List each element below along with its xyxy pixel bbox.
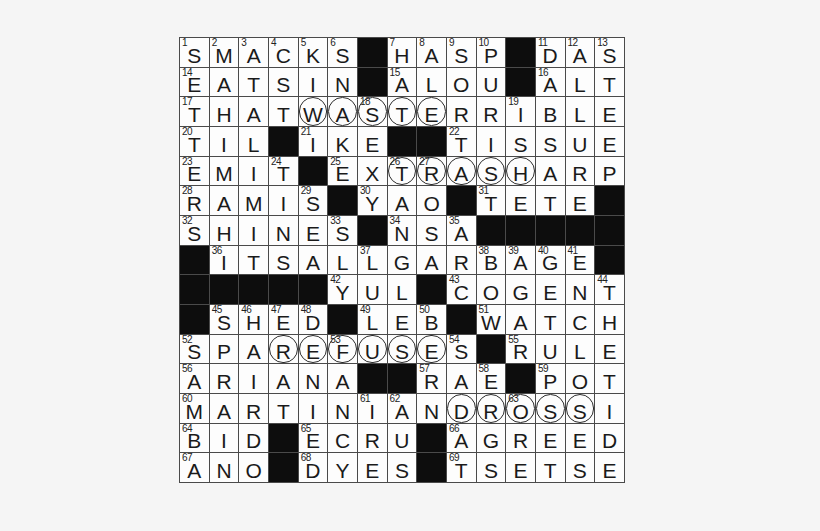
grid-cell[interactable]: 63O	[506, 394, 536, 424]
grid-cell[interactable]: E	[299, 216, 329, 246]
grid-cell[interactable]: 32S	[180, 216, 210, 246]
grid-cell[interactable]: 69T	[447, 453, 477, 483]
grid-cell[interactable]: T	[536, 186, 566, 216]
cell-letter: U	[388, 430, 417, 451]
grid-cell[interactable]: 39A	[506, 246, 536, 276]
clue-number: 55	[508, 335, 518, 345]
grid-cell[interactable]: 45S	[210, 305, 240, 335]
black-cell	[417, 424, 447, 454]
clue-number: 13	[597, 38, 607, 48]
grid-cell[interactable]: I	[239, 157, 269, 187]
grid-cell[interactable]: 57R	[417, 364, 447, 394]
clue-number: 37	[360, 246, 370, 256]
cell-letter: A	[299, 252, 328, 273]
grid-cell[interactable]: 13S	[595, 38, 625, 68]
grid-cell[interactable]: 41E	[566, 246, 596, 276]
grid-cell[interactable]: C	[566, 305, 596, 335]
cell-letter: T	[239, 74, 268, 95]
grid-cell[interactable]: 14E	[180, 68, 210, 98]
grid-cell[interactable]: 20T	[180, 127, 210, 157]
grid-cell[interactable]: 3A	[239, 38, 269, 68]
grid-cell[interactable]: 52S	[180, 335, 210, 365]
grid-cell[interactable]: A	[299, 246, 329, 276]
cell-letter: H	[210, 104, 239, 125]
clue-number: 12	[568, 38, 578, 48]
grid-cell[interactable]: E	[388, 305, 418, 335]
grid-cell[interactable]: I	[299, 394, 329, 424]
grid-cell[interactable]: I	[210, 127, 240, 157]
black-cell	[358, 68, 388, 98]
cell-letter: E	[506, 460, 535, 481]
grid-cell[interactable]: 22T	[447, 127, 477, 157]
grid-cell[interactable]: T	[269, 97, 299, 127]
grid-cell[interactable]: N	[299, 364, 329, 394]
black-cell	[477, 216, 507, 246]
grid-cell[interactable]: 58E	[477, 364, 507, 394]
clue-number: 5	[301, 38, 306, 48]
black-cell	[180, 246, 210, 276]
grid-cell[interactable]: 59P	[536, 364, 566, 394]
grid-cell[interactable]: A	[506, 305, 536, 335]
cell-letter: I	[239, 371, 268, 392]
grid-cell[interactable]: O	[447, 68, 477, 98]
clue-number: 53	[330, 335, 340, 345]
grid-cell[interactable]: 28R	[180, 186, 210, 216]
grid-cell[interactable]: 33S	[328, 216, 358, 246]
grid-cell[interactable]: 31T	[477, 186, 507, 216]
cell-letter: T	[595, 371, 624, 392]
grid-cell[interactable]: C	[328, 424, 358, 454]
cell-letter: R	[566, 163, 595, 184]
grid-cell[interactable]: 68D	[299, 453, 329, 483]
black-cell	[299, 275, 329, 305]
grid-cell[interactable]: 64B	[180, 424, 210, 454]
grid-cell[interactable]: L	[388, 275, 418, 305]
grid-cell[interactable]: 16A	[536, 68, 566, 98]
clue-number: 20	[182, 127, 192, 137]
grid-cell[interactable]: N	[417, 394, 447, 424]
grid-cell[interactable]: 4C	[269, 38, 299, 68]
black-cell	[506, 216, 536, 246]
cell-letter: I	[239, 223, 268, 244]
grid-cell[interactable]: 11D	[536, 38, 566, 68]
grid-cell[interactable]: 12A	[566, 38, 596, 68]
clue-number: 27	[419, 157, 429, 167]
grid-cell[interactable]: T	[239, 246, 269, 276]
clue-number: 31	[479, 186, 489, 196]
clue-number: 47	[271, 305, 281, 315]
grid-cell[interactable]: 46H	[239, 305, 269, 335]
grid-cell[interactable]: 29S	[299, 186, 329, 216]
cell-letter: T	[388, 104, 417, 125]
grid-cell[interactable]: E	[536, 424, 566, 454]
grid-cell[interactable]: R	[477, 394, 507, 424]
black-cell	[358, 216, 388, 246]
grid-cell[interactable]: O	[239, 453, 269, 483]
grid-cell[interactable]: A	[447, 157, 477, 187]
grid-cell[interactable]: R	[566, 157, 596, 187]
grid-cell[interactable]: 55R	[506, 335, 536, 365]
grid-cell[interactable]: 9S	[447, 38, 477, 68]
grid-cell[interactable]: 21I	[299, 127, 329, 157]
grid-cell[interactable]: 23E	[180, 157, 210, 187]
grid-cell[interactable]: G	[506, 275, 536, 305]
clue-number: 48	[301, 305, 311, 315]
black-cell	[358, 364, 388, 394]
grid-cell[interactable]: 10P	[477, 38, 507, 68]
grid-cell[interactable]: L	[566, 97, 596, 127]
cell-letter: S	[536, 134, 565, 155]
grid-cell[interactable]: R	[447, 246, 477, 276]
cell-letter: K	[328, 134, 357, 155]
grid-cell[interactable]: 49L	[358, 305, 388, 335]
clue-number: 64	[182, 424, 192, 434]
clue-number: 29	[301, 186, 311, 196]
cell-letter: R	[477, 104, 506, 125]
grid-cell[interactable]: K	[328, 127, 358, 157]
grid-cell[interactable]: U	[388, 424, 418, 454]
grid-cell[interactable]: S	[566, 453, 596, 483]
grid-cell[interactable]: U	[536, 335, 566, 365]
grid-cell[interactable]: B	[536, 97, 566, 127]
grid-cell[interactable]: 35A	[447, 216, 477, 246]
clue-number: 10	[479, 38, 489, 48]
grid-cell[interactable]: A	[417, 246, 447, 276]
cell-letter: L	[328, 252, 357, 273]
grid-cell[interactable]: S	[477, 453, 507, 483]
clue-number: 15	[390, 68, 400, 78]
cell-letter: M	[210, 163, 239, 184]
grid-cell[interactable]: R	[477, 97, 507, 127]
cell-letter: A	[388, 193, 417, 214]
grid-cell[interactable]: E	[566, 424, 596, 454]
grid-cell[interactable]: E	[595, 127, 625, 157]
grid-cell[interactable]: G	[477, 424, 507, 454]
cell-letter: N	[210, 460, 239, 481]
grid-cell[interactable]: T	[536, 453, 566, 483]
grid-cell[interactable]: R	[210, 364, 240, 394]
cell-letter: U	[566, 134, 595, 155]
grid-cell[interactable]: X	[358, 157, 388, 187]
black-cell	[506, 364, 536, 394]
grid-cell[interactable]: H	[506, 157, 536, 187]
grid-cell[interactable]: L	[417, 68, 447, 98]
grid-cell[interactable]: A	[536, 157, 566, 187]
black-cell	[447, 186, 477, 216]
grid-cell[interactable]: T	[269, 394, 299, 424]
grid-cell[interactable]: 5K	[299, 38, 329, 68]
grid-cell[interactable]: M	[239, 186, 269, 216]
clue-number: 32	[182, 216, 192, 226]
grid-cell[interactable]: E	[566, 186, 596, 216]
clue-number: 49	[360, 305, 370, 315]
grid-cell[interactable]: R	[239, 394, 269, 424]
grid-cell[interactable]: N	[328, 68, 358, 98]
grid-cell[interactable]: 17T	[180, 97, 210, 127]
clue-number: 51	[479, 305, 489, 315]
cell-letter: E	[566, 193, 595, 214]
grid-cell[interactable]: 50B	[417, 305, 447, 335]
grid-cell[interactable]: 66A	[447, 424, 477, 454]
clue-number: 50	[419, 305, 429, 315]
grid-cell[interactable]: P	[210, 335, 240, 365]
grid-cell[interactable]: 53F	[328, 335, 358, 365]
cell-letter: D	[239, 430, 268, 451]
grid-cell[interactable]: E	[536, 275, 566, 305]
grid-cell[interactable]: 42Y	[328, 275, 358, 305]
cell-letter: A	[536, 163, 565, 184]
grid-cell[interactable]: G	[388, 246, 418, 276]
grid-cell[interactable]: S	[506, 127, 536, 157]
grid-cell[interactable]: O	[477, 275, 507, 305]
cell-letter: R	[477, 401, 506, 422]
cell-letter: D	[447, 401, 476, 422]
grid-cell[interactable]: 1S	[180, 38, 210, 68]
cell-letter: H	[210, 223, 239, 244]
clue-number: 1	[182, 38, 187, 48]
cell-letter: A	[447, 371, 476, 392]
cell-letter: L	[239, 134, 268, 155]
cell-letter: A	[239, 341, 268, 362]
grid-cell[interactable]: E	[358, 453, 388, 483]
grid-cell[interactable]: Y	[328, 453, 358, 483]
grid-cell[interactable]: O	[566, 364, 596, 394]
grid-cell[interactable]: S	[536, 394, 566, 424]
grid-cell[interactable]: A	[328, 97, 358, 127]
black-cell	[477, 335, 507, 365]
grid-cell[interactable]: M	[210, 157, 240, 187]
grid-cell[interactable]: H	[210, 97, 240, 127]
grid-cell[interactable]: S	[269, 68, 299, 98]
grid-cell[interactable]: 34N	[388, 216, 418, 246]
grid-cell[interactable]: U	[358, 335, 388, 365]
grid-cell[interactable]: L	[566, 68, 596, 98]
grid-cell[interactable]: N	[210, 453, 240, 483]
grid-cell[interactable]: 62A	[388, 394, 418, 424]
grid-cell[interactable]: A	[388, 186, 418, 216]
grid-cell[interactable]: 38B	[477, 246, 507, 276]
grid-cell[interactable]: S	[269, 246, 299, 276]
clue-number: 28	[182, 186, 192, 196]
grid-cell[interactable]: S	[477, 157, 507, 187]
cell-letter: S	[269, 74, 298, 95]
cell-letter: A	[447, 163, 476, 184]
grid-cell[interactable]: T	[536, 305, 566, 335]
grid-cell[interactable]: S	[536, 127, 566, 157]
cell-letter: S	[477, 460, 506, 481]
grid-cell[interactable]: 27R	[417, 157, 447, 187]
clue-number: 58	[479, 364, 489, 374]
cell-letter: S	[506, 134, 535, 155]
grid-cell[interactable]: E	[358, 127, 388, 157]
grid-cell[interactable]: I	[477, 127, 507, 157]
grid-cell[interactable]: S	[388, 335, 418, 365]
cell-letter: O	[239, 460, 268, 481]
grid-cell[interactable]: 8A	[417, 38, 447, 68]
grid-cell[interactable]: 60M	[180, 394, 210, 424]
cell-letter: N	[417, 401, 446, 422]
grid-cell[interactable]: I	[595, 394, 625, 424]
clue-number: 56	[182, 364, 192, 374]
cell-letter: T	[269, 401, 298, 422]
grid-cell[interactable]: 24T	[269, 157, 299, 187]
clue-number: 39	[508, 246, 518, 256]
grid-cell[interactable]: U	[566, 127, 596, 157]
grid-cell[interactable]: D	[447, 394, 477, 424]
grid-cell[interactable]: 37L	[358, 246, 388, 276]
grid-cell[interactable]: 19I	[506, 97, 536, 127]
grid-cell[interactable]: A	[210, 394, 240, 424]
cell-letter: S	[566, 460, 595, 481]
grid-cell[interactable]: 40G	[536, 246, 566, 276]
black-cell	[417, 127, 447, 157]
black-cell	[210, 275, 240, 305]
cell-letter: E	[595, 460, 624, 481]
clue-number: 26	[390, 157, 400, 167]
cell-letter: I	[210, 134, 239, 155]
grid-cell[interactable]: E	[417, 335, 447, 365]
grid-cell[interactable]: 48D	[299, 305, 329, 335]
grid-cell[interactable]: H	[210, 216, 240, 246]
black-cell	[388, 364, 418, 394]
clue-number: 8	[419, 38, 424, 48]
grid-cell[interactable]: R	[358, 424, 388, 454]
grid-cell[interactable]: 2M	[210, 38, 240, 68]
grid-cell[interactable]: L	[328, 246, 358, 276]
grid-cell[interactable]: S	[388, 453, 418, 483]
cell-letter: U	[358, 282, 387, 303]
cell-letter: R	[239, 401, 268, 422]
grid-cell[interactable]: 51W	[477, 305, 507, 335]
black-cell	[269, 424, 299, 454]
grid-cell[interactable]: A	[239, 335, 269, 365]
cell-letter: T	[595, 74, 624, 95]
grid-cell[interactable]: A	[328, 364, 358, 394]
grid-cell[interactable]: 44T	[595, 275, 625, 305]
cell-letter: O	[566, 371, 595, 392]
grid-cell[interactable]: 15A	[388, 68, 418, 98]
grid-cell[interactable]: I	[210, 424, 240, 454]
cell-letter: M	[239, 193, 268, 214]
cell-letter: R	[269, 341, 298, 362]
grid-cell[interactable]: O	[417, 186, 447, 216]
grid-cell[interactable]: R	[447, 97, 477, 127]
grid-cell[interactable]: N	[328, 394, 358, 424]
clue-number: 41	[568, 246, 578, 256]
grid-cell[interactable]: S	[417, 216, 447, 246]
black-cell	[595, 246, 625, 276]
grid-cell[interactable]: 43C	[447, 275, 477, 305]
cell-letter: H	[506, 163, 535, 184]
cell-letter: N	[328, 74, 357, 95]
grid-cell[interactable]: S	[566, 394, 596, 424]
grid-cell[interactable]: W	[299, 97, 329, 127]
grid-cell[interactable]: E	[506, 453, 536, 483]
cell-letter: E	[388, 312, 417, 333]
black-cell	[566, 216, 596, 246]
grid-cell[interactable]: N	[269, 216, 299, 246]
clue-number: 52	[182, 335, 192, 345]
grid-cell[interactable]: H	[595, 305, 625, 335]
grid-cell[interactable]: U	[477, 68, 507, 98]
cell-letter: S	[388, 341, 417, 362]
grid-cell[interactable]: A	[239, 97, 269, 127]
grid-cell[interactable]: E	[506, 186, 536, 216]
grid-cell[interactable]: R	[269, 335, 299, 365]
cell-letter: E	[417, 104, 446, 125]
grid-cell[interactable]: 54S	[447, 335, 477, 365]
cell-letter: I	[269, 193, 298, 214]
grid-cell[interactable]: I	[269, 186, 299, 216]
clue-number: 57	[419, 364, 429, 374]
grid-cell[interactable]: U	[358, 275, 388, 305]
cell-letter: D	[595, 430, 624, 451]
cell-letter: A	[269, 371, 298, 392]
grid-cell[interactable]: 6S	[328, 38, 358, 68]
grid-cell[interactable]: 67A	[180, 453, 210, 483]
grid-cell[interactable]: A	[210, 186, 240, 216]
black-cell	[506, 68, 536, 98]
grid-cell[interactable]: T	[595, 364, 625, 394]
grid-cell[interactable]: E	[417, 97, 447, 127]
grid-cell[interactable]: I	[239, 216, 269, 246]
grid-cell[interactable]: T	[388, 97, 418, 127]
grid-cell[interactable]: D	[239, 424, 269, 454]
grid-cell[interactable]: I	[239, 364, 269, 394]
cell-letter: L	[566, 104, 595, 125]
grid-cell[interactable]: 56A	[180, 364, 210, 394]
grid-cell[interactable]: 47E	[269, 305, 299, 335]
cell-letter: S	[269, 252, 298, 273]
grid-cell[interactable]: N	[566, 275, 596, 305]
cell-letter: T	[239, 252, 268, 273]
grid-cell[interactable]: E	[595, 453, 625, 483]
grid-cell[interactable]: L	[239, 127, 269, 157]
grid-cell[interactable]: E	[299, 335, 329, 365]
grid-cell[interactable]: 61I	[358, 394, 388, 424]
black-cell	[388, 127, 418, 157]
grid-cell[interactable]: T	[239, 68, 269, 98]
grid-cell[interactable]: L	[566, 335, 596, 365]
grid-cell[interactable]: 26T	[388, 157, 418, 187]
grid-cell[interactable]: A	[210, 68, 240, 98]
grid-cell[interactable]: A	[447, 364, 477, 394]
clue-number: 43	[449, 275, 459, 285]
grid-cell[interactable]: 25E	[328, 157, 358, 187]
clue-number: 17	[182, 97, 192, 107]
grid-cell[interactable]: 65E	[299, 424, 329, 454]
grid-cell[interactable]: D	[595, 424, 625, 454]
grid-cell[interactable]: 30Y	[358, 186, 388, 216]
grid-cell[interactable]: P	[595, 157, 625, 187]
grid-cell[interactable]: E	[595, 97, 625, 127]
grid-cell[interactable]: 18S	[358, 97, 388, 127]
grid-cell[interactable]: E	[595, 335, 625, 365]
cell-letter: E	[506, 193, 535, 214]
grid-cell[interactable]: 7H	[388, 38, 418, 68]
grid-cell[interactable]: A	[269, 364, 299, 394]
grid-cell[interactable]: R	[506, 424, 536, 454]
grid-cell[interactable]: T	[595, 68, 625, 98]
black-cell	[239, 275, 269, 305]
cell-letter: E	[536, 282, 565, 303]
grid-cell[interactable]: 36I	[210, 246, 240, 276]
grid-cell[interactable]: I	[299, 68, 329, 98]
cell-letter: S	[388, 460, 417, 481]
cell-letter: S	[536, 401, 565, 422]
clue-number: 46	[241, 305, 251, 315]
black-cell	[269, 275, 299, 305]
